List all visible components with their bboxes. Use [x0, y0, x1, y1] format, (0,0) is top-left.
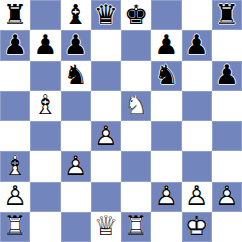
- square-f4[interactable]: [151, 121, 181, 151]
- square-d8[interactable]: ♛: [91, 0, 121, 30]
- square-e4[interactable]: [121, 121, 151, 151]
- square-e6[interactable]: [121, 61, 151, 91]
- square-e7[interactable]: [121, 30, 151, 60]
- square-h7[interactable]: [212, 30, 242, 60]
- screenshot-stage: ♜♝♛♚♜♟♟♟♟♟♞♞♟♗♘♙♗♙♙♙♙♙♖♕♖♔: [0, 0, 242, 242]
- square-g3[interactable]: [182, 151, 212, 181]
- square-b8[interactable]: [30, 0, 60, 30]
- black-rook[interactable]: ♜: [3, 1, 27, 28]
- square-b1[interactable]: [30, 212, 60, 242]
- white-rook[interactable]: ♖: [124, 212, 148, 239]
- square-b2[interactable]: [30, 182, 60, 212]
- square-a2[interactable]: ♙: [0, 182, 30, 212]
- black-pawn[interactable]: ♟: [33, 31, 57, 58]
- square-g2[interactable]: ♙: [182, 182, 212, 212]
- black-pawn[interactable]: ♟: [215, 61, 239, 88]
- white-pawn[interactable]: ♙: [3, 182, 27, 209]
- white-king[interactable]: ♔: [185, 212, 209, 239]
- square-e3[interactable]: [121, 151, 151, 181]
- square-c5[interactable]: [61, 91, 91, 121]
- square-g5[interactable]: [182, 91, 212, 121]
- black-pawn[interactable]: ♟: [154, 31, 178, 58]
- black-pawn[interactable]: ♟: [185, 31, 209, 58]
- square-g1[interactable]: ♔: [182, 212, 212, 242]
- square-g6[interactable]: [182, 61, 212, 91]
- square-a7[interactable]: ♟: [0, 30, 30, 60]
- white-bishop[interactable]: ♗: [33, 91, 57, 118]
- square-c1[interactable]: [61, 212, 91, 242]
- square-b5[interactable]: ♗: [30, 91, 60, 121]
- square-e8[interactable]: ♚: [121, 0, 151, 30]
- square-d1[interactable]: ♕: [91, 212, 121, 242]
- square-a3[interactable]: ♗: [0, 151, 30, 181]
- square-f6[interactable]: ♞: [151, 61, 181, 91]
- square-a4[interactable]: [0, 121, 30, 151]
- black-king[interactable]: ♚: [124, 1, 148, 28]
- square-h3[interactable]: [212, 151, 242, 181]
- white-pawn[interactable]: ♙: [185, 182, 209, 209]
- square-e2[interactable]: [121, 182, 151, 212]
- black-queen[interactable]: ♛: [94, 1, 118, 28]
- square-d3[interactable]: [91, 151, 121, 181]
- white-pawn[interactable]: ♙: [154, 182, 178, 209]
- square-a6[interactable]: [0, 61, 30, 91]
- square-f8[interactable]: [151, 0, 181, 30]
- square-c8[interactable]: ♝: [61, 0, 91, 30]
- square-h2[interactable]: ♙: [212, 182, 242, 212]
- white-pawn[interactable]: ♙: [215, 182, 239, 209]
- square-h8[interactable]: ♜: [212, 0, 242, 30]
- white-rook[interactable]: ♖: [3, 212, 27, 239]
- square-h5[interactable]: [212, 91, 242, 121]
- square-d7[interactable]: [91, 30, 121, 60]
- square-h1[interactable]: [212, 212, 242, 242]
- square-b6[interactable]: [30, 61, 60, 91]
- white-pawn[interactable]: ♙: [94, 122, 118, 149]
- square-g7[interactable]: ♟: [182, 30, 212, 60]
- square-b3[interactable]: [30, 151, 60, 181]
- white-queen[interactable]: ♕: [94, 212, 118, 239]
- black-rook[interactable]: ♜: [215, 1, 239, 28]
- square-c6[interactable]: ♞: [61, 61, 91, 91]
- square-f2[interactable]: ♙: [151, 182, 181, 212]
- white-pawn[interactable]: ♙: [64, 152, 88, 179]
- square-e5[interactable]: ♘: [121, 91, 151, 121]
- square-d5[interactable]: [91, 91, 121, 121]
- square-h4[interactable]: [212, 121, 242, 151]
- black-pawn[interactable]: ♟: [3, 31, 27, 58]
- square-a1[interactable]: ♖: [0, 212, 30, 242]
- square-d2[interactable]: [91, 182, 121, 212]
- black-knight[interactable]: ♞: [154, 61, 178, 88]
- square-c3[interactable]: ♙: [61, 151, 91, 181]
- square-f3[interactable]: [151, 151, 181, 181]
- square-g8[interactable]: [182, 0, 212, 30]
- square-b7[interactable]: ♟: [30, 30, 60, 60]
- square-g4[interactable]: [182, 121, 212, 151]
- square-h6[interactable]: ♟: [212, 61, 242, 91]
- square-f7[interactable]: ♟: [151, 30, 181, 60]
- square-b4[interactable]: [30, 121, 60, 151]
- black-knight[interactable]: ♞: [64, 61, 88, 88]
- square-c2[interactable]: [61, 182, 91, 212]
- square-d4[interactable]: ♙: [91, 121, 121, 151]
- white-bishop[interactable]: ♗: [3, 152, 27, 179]
- square-d6[interactable]: [91, 61, 121, 91]
- square-e1[interactable]: ♖: [121, 212, 151, 242]
- square-a5[interactable]: [0, 91, 30, 121]
- square-c7[interactable]: ♟: [61, 30, 91, 60]
- square-a8[interactable]: ♜: [0, 0, 30, 30]
- square-f5[interactable]: [151, 91, 181, 121]
- chess-board: ♜♝♛♚♜♟♟♟♟♟♞♞♟♗♘♙♗♙♙♙♙♙♖♕♖♔: [0, 0, 242, 242]
- white-knight[interactable]: ♘: [124, 91, 148, 118]
- square-f1[interactable]: [151, 212, 181, 242]
- black-pawn[interactable]: ♟: [64, 31, 88, 58]
- square-c4[interactable]: [61, 121, 91, 151]
- black-bishop[interactable]: ♝: [64, 1, 88, 28]
